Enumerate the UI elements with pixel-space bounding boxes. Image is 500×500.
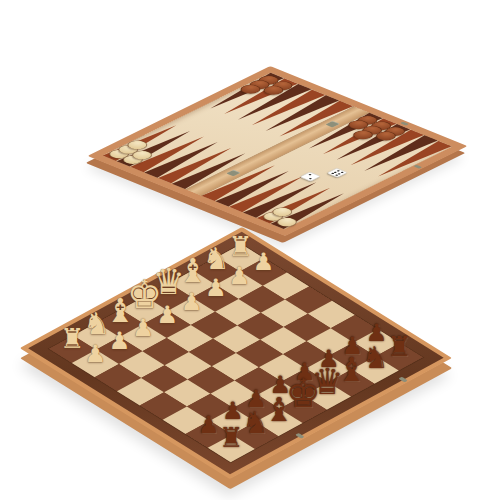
die-pip (308, 174, 312, 176)
chess-board: ♜♟♟♜♞♟♟♞♝♟♟♝♛♟♟♛♚♟♟♚♝♟♟♝♞♟♟♞♜♟♟♜ (20, 227, 452, 479)
white-pawn-glyph: ♟ (84, 342, 106, 366)
white-pawn-glyph: ♟ (252, 250, 274, 274)
black-rook-glyph: ♜ (219, 424, 243, 451)
white-knight-glyph: ♞ (83, 309, 110, 339)
chess-pieces: ♜♟♟♜♞♟♟♞♝♟♟♝♛♟♟♛♚♟♟♚♝♟♟♝♞♟♟♞♜♟♟♜ (20, 227, 452, 479)
black-pawn-glyph: ♟ (198, 413, 220, 437)
white-pawn-glyph: ♟ (228, 263, 250, 287)
backgammon-board (88, 66, 468, 236)
die-pip (308, 178, 312, 180)
white-pawn-glyph: ♟ (204, 276, 226, 300)
white-pawn-glyph: ♟ (132, 316, 154, 340)
die-pip (335, 174, 339, 176)
die[interactable] (326, 168, 348, 178)
clasp-icon (413, 165, 422, 169)
hinge-icon (226, 170, 241, 177)
white-rook-glyph: ♜ (60, 325, 84, 352)
white-rook-glyph: ♜ (228, 233, 252, 260)
black-knight-glyph: ♞ (242, 408, 269, 438)
black-bishop-glyph: ♝ (265, 393, 295, 426)
hinge-icon (325, 121, 340, 128)
backgammon-field (103, 73, 452, 229)
white-pawn-glyph: ♟ (180, 289, 202, 313)
black-rook-glyph: ♜ (387, 333, 411, 360)
white-pawn-glyph: ♟ (108, 329, 130, 353)
black-pawn-glyph: ♟ (222, 400, 244, 424)
white-pawn-glyph: ♟ (156, 303, 178, 327)
product-photo-scene: ♜♟♟♜♞♟♟♞♝♟♟♝♛♟♟♛♚♟♟♚♝♟♟♝♞♟♟♞♜♟♟♜ (0, 0, 500, 500)
